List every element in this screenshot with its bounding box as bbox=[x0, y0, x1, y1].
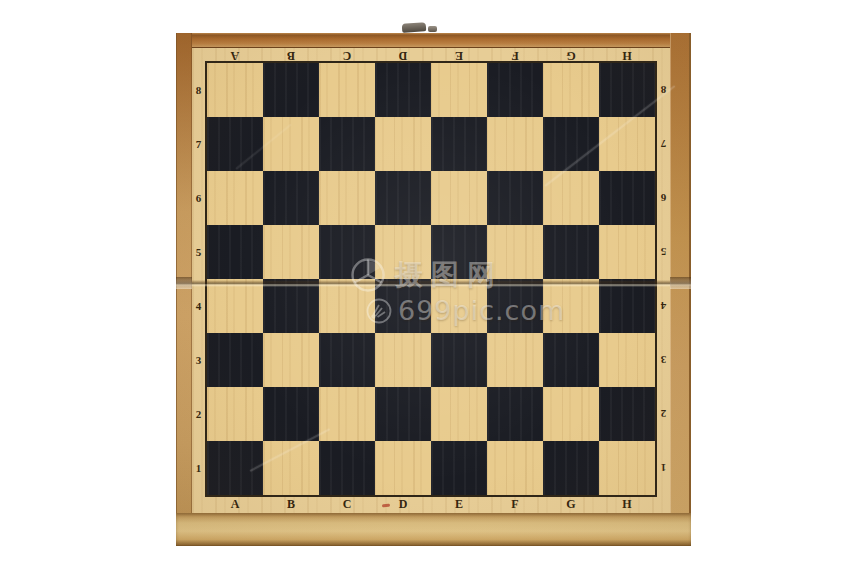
board-frame-left bbox=[176, 33, 192, 546]
square-g8 bbox=[543, 63, 599, 117]
square-f1 bbox=[487, 441, 543, 495]
file-label-top-f: F bbox=[487, 49, 543, 62]
square-b7 bbox=[263, 117, 319, 171]
square-g4 bbox=[543, 279, 599, 333]
board-frame-right bbox=[670, 33, 691, 546]
square-a4 bbox=[207, 279, 263, 333]
square-g5 bbox=[543, 225, 599, 279]
rank-label-left-1: 1 bbox=[192, 441, 205, 495]
file-label-top-g: G bbox=[543, 49, 599, 62]
square-h7 bbox=[599, 117, 655, 171]
square-g6 bbox=[543, 171, 599, 225]
file-label-top-d: D bbox=[375, 49, 431, 62]
file-label-bottom-h: H bbox=[599, 498, 655, 511]
square-b8 bbox=[263, 63, 319, 117]
file-label-top-a: A bbox=[207, 49, 263, 62]
hinge-clasp bbox=[400, 19, 438, 34]
file-label-bottom-e: E bbox=[431, 498, 487, 511]
square-a2 bbox=[207, 387, 263, 441]
file-labels-top: ABCDEFGH bbox=[207, 49, 655, 62]
playing-area-border bbox=[205, 61, 657, 497]
chess-board: ABCDEFGH ABCDEFGH 87654321 87654321 bbox=[176, 33, 691, 546]
square-g2 bbox=[543, 387, 599, 441]
rank-label-right-5: 5 bbox=[657, 225, 670, 279]
file-label-top-e: E bbox=[431, 49, 487, 62]
square-g3 bbox=[543, 333, 599, 387]
file-label-bottom-a: A bbox=[207, 498, 263, 511]
square-h3 bbox=[599, 333, 655, 387]
square-a5 bbox=[207, 225, 263, 279]
rank-label-left-3: 3 bbox=[192, 333, 205, 387]
square-h2 bbox=[599, 387, 655, 441]
rank-label-left-8: 8 bbox=[192, 63, 205, 117]
square-d8 bbox=[375, 63, 431, 117]
rank-labels-left: 87654321 bbox=[192, 63, 205, 495]
square-e4 bbox=[431, 279, 487, 333]
rank-labels-right: 87654321 bbox=[657, 63, 670, 495]
clasp-nub bbox=[428, 26, 437, 32]
square-b6 bbox=[263, 171, 319, 225]
square-g7 bbox=[543, 117, 599, 171]
square-e5 bbox=[431, 225, 487, 279]
square-d1 bbox=[375, 441, 431, 495]
rank-label-right-2: 2 bbox=[657, 387, 670, 441]
square-d6 bbox=[375, 171, 431, 225]
square-a8 bbox=[207, 63, 263, 117]
file-label-bottom-b: B bbox=[263, 498, 319, 511]
square-b1 bbox=[263, 441, 319, 495]
clasp-tab bbox=[402, 22, 427, 33]
square-b4 bbox=[263, 279, 319, 333]
square-e2 bbox=[431, 387, 487, 441]
rank-label-right-3: 3 bbox=[657, 333, 670, 387]
rank-label-right-6: 6 bbox=[657, 171, 670, 225]
square-f6 bbox=[487, 171, 543, 225]
square-h8 bbox=[599, 63, 655, 117]
rank-label-left-2: 2 bbox=[192, 387, 205, 441]
square-c6 bbox=[319, 171, 375, 225]
file-label-bottom-g: G bbox=[543, 498, 599, 511]
square-d3 bbox=[375, 333, 431, 387]
rank-label-right-7: 7 bbox=[657, 117, 670, 171]
rank-label-left-7: 7 bbox=[192, 117, 205, 171]
square-c5 bbox=[319, 225, 375, 279]
square-b2 bbox=[263, 387, 319, 441]
file-label-top-c: C bbox=[319, 49, 375, 62]
board-frame-top bbox=[176, 33, 691, 48]
square-f8 bbox=[487, 63, 543, 117]
square-h1 bbox=[599, 441, 655, 495]
square-a7 bbox=[207, 117, 263, 171]
fold-seam-notch-right bbox=[670, 277, 691, 289]
square-f7 bbox=[487, 117, 543, 171]
square-f4 bbox=[487, 279, 543, 333]
square-f2 bbox=[487, 387, 543, 441]
square-f3 bbox=[487, 333, 543, 387]
square-e8 bbox=[431, 63, 487, 117]
square-d5 bbox=[375, 225, 431, 279]
square-c8 bbox=[319, 63, 375, 117]
square-e7 bbox=[431, 117, 487, 171]
square-h6 bbox=[599, 171, 655, 225]
rank-label-right-1: 1 bbox=[657, 441, 670, 495]
square-d4 bbox=[375, 279, 431, 333]
rank-label-right-8: 8 bbox=[657, 63, 670, 117]
square-f5 bbox=[487, 225, 543, 279]
square-e1 bbox=[431, 441, 487, 495]
square-a1 bbox=[207, 441, 263, 495]
fold-seam-notch-left bbox=[176, 277, 192, 289]
square-e6 bbox=[431, 171, 487, 225]
board-frame-bottom bbox=[176, 513, 691, 546]
square-g1 bbox=[543, 441, 599, 495]
square-h5 bbox=[599, 225, 655, 279]
rank-label-left-6: 6 bbox=[192, 171, 205, 225]
file-label-top-h: H bbox=[599, 49, 655, 62]
square-c1 bbox=[319, 441, 375, 495]
file-label-top-b: B bbox=[263, 49, 319, 62]
square-c7 bbox=[319, 117, 375, 171]
square-d7 bbox=[375, 117, 431, 171]
file-labels-bottom: ABCDEFGH bbox=[207, 498, 655, 511]
square-a3 bbox=[207, 333, 263, 387]
rank-label-right-4: 4 bbox=[657, 279, 670, 333]
square-b5 bbox=[263, 225, 319, 279]
squares-grid bbox=[207, 63, 655, 495]
file-label-bottom-f: F bbox=[487, 498, 543, 511]
photo-background: ABCDEFGH ABCDEFGH 87654321 87654321 摄图网 bbox=[0, 0, 860, 576]
square-b3 bbox=[263, 333, 319, 387]
square-c4 bbox=[319, 279, 375, 333]
file-label-bottom-c: C bbox=[319, 498, 375, 511]
rank-label-left-4: 4 bbox=[192, 279, 205, 333]
square-d2 bbox=[375, 387, 431, 441]
square-a6 bbox=[207, 171, 263, 225]
square-c3 bbox=[319, 333, 375, 387]
square-c2 bbox=[319, 387, 375, 441]
rank-label-left-5: 5 bbox=[192, 225, 205, 279]
square-h4 bbox=[599, 279, 655, 333]
square-e3 bbox=[431, 333, 487, 387]
